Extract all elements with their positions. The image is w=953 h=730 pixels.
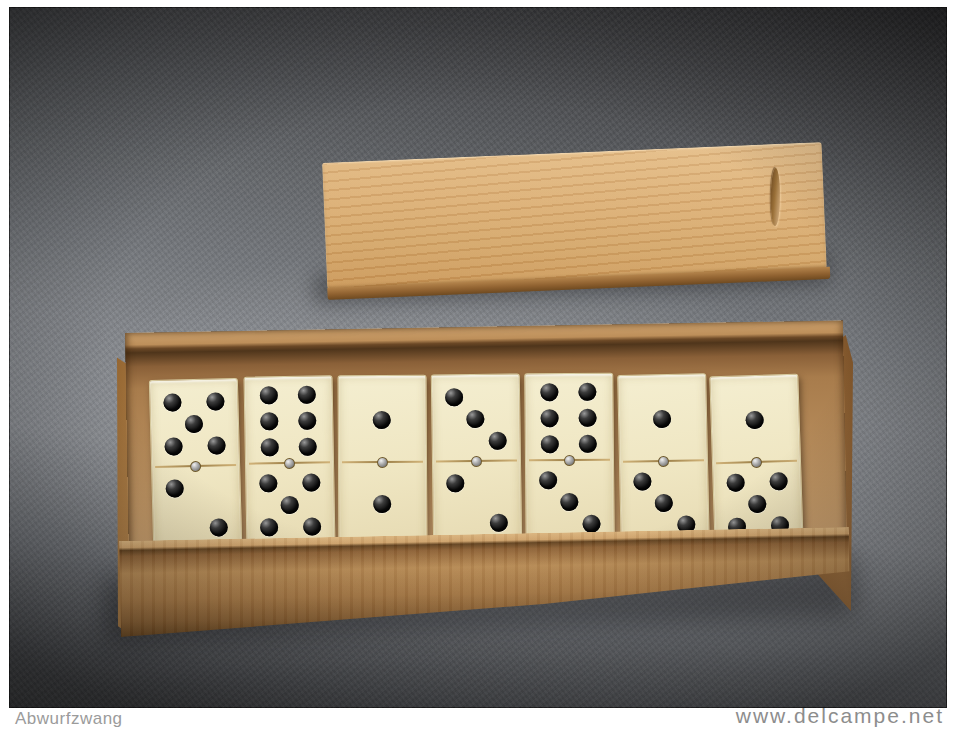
pip: [539, 471, 557, 489]
pip: [374, 495, 392, 513]
pip: [579, 435, 597, 453]
box-lid[interactable]: [322, 142, 827, 289]
domino-half-top: [526, 375, 613, 460]
pip: [259, 518, 277, 536]
domino-half-top: [711, 376, 800, 463]
pip: [302, 474, 320, 492]
domino-half-top: [339, 377, 426, 462]
pip: [726, 474, 745, 493]
pip: [164, 437, 182, 455]
pip: [207, 436, 225, 454]
pip: [655, 494, 673, 512]
domino-half-bottom: [152, 465, 241, 552]
pip: [489, 514, 507, 532]
domino-half-top: [244, 378, 332, 464]
domino-box[interactable]: [115, 325, 851, 637]
pip: [446, 474, 464, 492]
pip: [579, 409, 597, 427]
domino-half-top: [432, 376, 520, 461]
watermark-right: www.delcampe.net: [736, 704, 944, 728]
pip: [583, 515, 601, 533]
domino-tile-1[interactable]: [149, 378, 242, 554]
spinner-pin-icon: [284, 458, 295, 469]
pip: [653, 410, 671, 428]
domino-tile-5[interactable]: [525, 373, 615, 548]
domino-tile-2[interactable]: [243, 375, 335, 551]
pip: [541, 409, 559, 427]
pip: [746, 411, 765, 430]
pip: [444, 388, 462, 406]
watermark-left: Abwurfzwang: [15, 709, 123, 729]
box-front-wall: [119, 527, 851, 637]
pip: [749, 495, 768, 514]
pip: [298, 411, 316, 429]
domino-row: [151, 375, 801, 549]
domino-half-top: [150, 381, 239, 468]
spinner-pin-icon: [471, 456, 482, 467]
domino-tile-3[interactable]: [338, 375, 427, 549]
pip: [258, 474, 276, 492]
pip: [209, 519, 227, 537]
pip: [466, 410, 484, 428]
domino-half-bottom: [339, 462, 426, 547]
pip: [259, 386, 277, 404]
lid-thumb-notch[interactable]: [771, 168, 781, 226]
pip: [579, 382, 597, 400]
pip: [541, 383, 559, 401]
pip: [163, 393, 181, 411]
domino-tile-7[interactable]: [710, 374, 804, 551]
photo-frame: [9, 7, 947, 708]
pip: [185, 415, 203, 433]
pip: [165, 479, 183, 497]
pip: [280, 496, 298, 514]
domino-half-top: [618, 376, 706, 462]
pip: [561, 493, 579, 511]
pip: [302, 518, 320, 536]
pip: [298, 437, 316, 455]
pip: [633, 472, 651, 490]
pip: [260, 438, 278, 456]
domino-half-bottom: [246, 462, 334, 548]
pip: [298, 385, 316, 403]
domino-half-bottom: [433, 460, 521, 545]
pip: [373, 411, 391, 429]
domino-tile-6[interactable]: [617, 373, 709, 549]
pip: [541, 435, 559, 453]
pip: [488, 431, 506, 449]
domino-tile-4[interactable]: [430, 373, 521, 548]
pip: [260, 412, 278, 430]
pip: [770, 472, 789, 491]
pip: [206, 392, 224, 410]
